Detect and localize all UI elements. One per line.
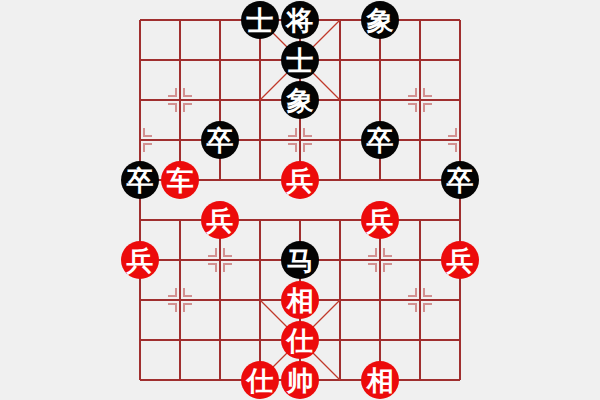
point-i0[interactable] [440, 360, 480, 400]
point-h8[interactable] [400, 40, 440, 80]
point-e5[interactable]: 兵 [280, 160, 320, 200]
point-e0[interactable]: 帅 [280, 360, 320, 400]
point-a6[interactable] [120, 120, 160, 160]
point-b8[interactable] [160, 40, 200, 80]
point-c9[interactable] [200, 0, 240, 40]
point-f8[interactable] [320, 40, 360, 80]
point-c3[interactable] [200, 240, 240, 280]
point-i5[interactable]: 卒 [440, 160, 480, 200]
red-advisor-piece[interactable]: 仕 [281, 321, 319, 359]
point-d2[interactable] [240, 280, 280, 320]
point-b4[interactable] [160, 200, 200, 240]
point-f4[interactable] [320, 200, 360, 240]
red-soldier-piece[interactable]: 兵 [281, 161, 319, 199]
red-general-piece[interactable]: 帅 [281, 361, 319, 399]
point-e9[interactable]: 将 [280, 0, 320, 40]
point-a9[interactable] [120, 0, 160, 40]
red-advisor-piece[interactable]: 仕 [241, 361, 279, 399]
point-c1[interactable] [200, 320, 240, 360]
point-d3[interactable] [240, 240, 280, 280]
point-h7[interactable] [400, 80, 440, 120]
point-d8[interactable] [240, 40, 280, 80]
point-b6[interactable] [160, 120, 200, 160]
point-i1[interactable] [440, 320, 480, 360]
point-g5[interactable] [360, 160, 400, 200]
point-i3[interactable]: 兵 [440, 240, 480, 280]
point-i7[interactable] [440, 80, 480, 120]
point-i6[interactable] [440, 120, 480, 160]
red-elephant-piece[interactable]: 相 [361, 361, 399, 399]
point-g6[interactable]: 卒 [360, 120, 400, 160]
point-c5[interactable] [200, 160, 240, 200]
point-c0[interactable] [200, 360, 240, 400]
black-soldier-piece[interactable]: 卒 [121, 161, 159, 199]
point-h4[interactable] [400, 200, 440, 240]
point-c6[interactable]: 卒 [200, 120, 240, 160]
point-e6[interactable] [280, 120, 320, 160]
point-h9[interactable] [400, 0, 440, 40]
point-a3[interactable]: 兵 [120, 240, 160, 280]
red-chariot-piece[interactable]: 车 [161, 161, 199, 199]
point-a5[interactable]: 卒 [120, 160, 160, 200]
point-b9[interactable] [160, 0, 200, 40]
point-c2[interactable] [200, 280, 240, 320]
xiangqi-screenshot: 士将象士象卒卒卒车兵卒兵兵兵马兵相仕仕帅相 [0, 0, 600, 400]
point-f6[interactable] [320, 120, 360, 160]
point-d7[interactable] [240, 80, 280, 120]
point-g1[interactable] [360, 320, 400, 360]
point-a2[interactable] [120, 280, 160, 320]
red-soldier-piece[interactable]: 兵 [201, 201, 239, 239]
red-soldier-piece[interactable]: 兵 [361, 201, 399, 239]
point-b7[interactable] [160, 80, 200, 120]
point-a1[interactable] [120, 320, 160, 360]
point-g2[interactable] [360, 280, 400, 320]
point-a7[interactable] [120, 80, 160, 120]
point-e2[interactable]: 相 [280, 280, 320, 320]
point-c4[interactable]: 兵 [200, 200, 240, 240]
point-f2[interactable] [320, 280, 360, 320]
point-h0[interactable] [400, 360, 440, 400]
red-soldier-piece[interactable]: 兵 [441, 241, 479, 279]
point-g9[interactable]: 象 [360, 0, 400, 40]
point-d9[interactable]: 士 [240, 0, 280, 40]
point-h1[interactable] [400, 320, 440, 360]
point-e8[interactable]: 士 [280, 40, 320, 80]
point-d1[interactable] [240, 320, 280, 360]
point-b3[interactable] [160, 240, 200, 280]
xiangqi-board: 士将象士象卒卒卒车兵卒兵兵兵马兵相仕仕帅相 [120, 0, 480, 400]
point-d6[interactable] [240, 120, 280, 160]
point-h6[interactable] [400, 120, 440, 160]
point-a8[interactable] [120, 40, 160, 80]
point-g4[interactable]: 兵 [360, 200, 400, 240]
black-horse-piece[interactable]: 马 [281, 241, 319, 279]
red-elephant-piece[interactable]: 相 [281, 281, 319, 319]
point-h2[interactable] [400, 280, 440, 320]
point-i9[interactable] [440, 0, 480, 40]
point-d4[interactable] [240, 200, 280, 240]
point-a4[interactable] [120, 200, 160, 240]
point-c8[interactable] [200, 40, 240, 80]
point-f3[interactable] [320, 240, 360, 280]
red-soldier-piece[interactable]: 兵 [121, 241, 159, 279]
black-soldier-piece[interactable]: 卒 [201, 121, 239, 159]
point-g8[interactable] [360, 40, 400, 80]
point-g7[interactable] [360, 80, 400, 120]
point-b5[interactable]: 车 [160, 160, 200, 200]
point-d5[interactable] [240, 160, 280, 200]
point-e4[interactable] [280, 200, 320, 240]
point-f0[interactable] [320, 360, 360, 400]
point-e7[interactable]: 象 [280, 80, 320, 120]
point-a0[interactable] [120, 360, 160, 400]
point-e1[interactable]: 仕 [280, 320, 320, 360]
point-f9[interactable] [320, 0, 360, 40]
point-h5[interactable] [400, 160, 440, 200]
point-f1[interactable] [320, 320, 360, 360]
point-g0[interactable]: 相 [360, 360, 400, 400]
point-b1[interactable] [160, 320, 200, 360]
point-i4[interactable] [440, 200, 480, 240]
point-h3[interactable] [400, 240, 440, 280]
black-advisor-piece[interactable]: 士 [241, 1, 279, 39]
point-f7[interactable] [320, 80, 360, 120]
point-e3[interactable]: 马 [280, 240, 320, 280]
point-c7[interactable] [200, 80, 240, 120]
point-i2[interactable] [440, 280, 480, 320]
black-elephant-piece[interactable]: 象 [281, 81, 319, 119]
black-soldier-piece[interactable]: 卒 [361, 121, 399, 159]
black-general-piece[interactable]: 将 [281, 1, 319, 39]
point-g3[interactable] [360, 240, 400, 280]
black-advisor-piece[interactable]: 士 [281, 41, 319, 79]
point-d0[interactable]: 仕 [240, 360, 280, 400]
black-elephant-piece[interactable]: 象 [361, 1, 399, 39]
point-f5[interactable] [320, 160, 360, 200]
point-i8[interactable] [440, 40, 480, 80]
point-b2[interactable] [160, 280, 200, 320]
black-soldier-piece[interactable]: 卒 [441, 161, 479, 199]
point-b0[interactable] [160, 360, 200, 400]
